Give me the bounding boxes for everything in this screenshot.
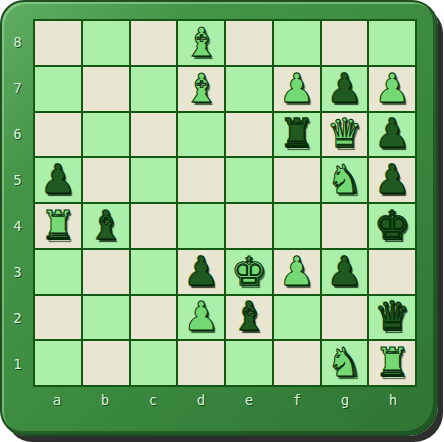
square-h3[interactable] [369, 250, 415, 294]
file-label-e: e [225, 387, 273, 417]
square-g2[interactable] [322, 296, 368, 340]
square-c8[interactable] [131, 21, 177, 65]
square-d2[interactable]: ♟ [178, 296, 224, 340]
piece-white-pawn-h7[interactable]: ♟ [374, 68, 410, 108]
square-a5[interactable]: ♟ [35, 158, 81, 202]
square-c5[interactable] [131, 158, 177, 202]
file-label-g: g [321, 387, 369, 417]
rank-label-8: 8 [2, 19, 33, 65]
square-d3[interactable]: ♟ [178, 250, 224, 294]
square-f4[interactable] [274, 204, 320, 248]
square-e4[interactable] [226, 204, 272, 248]
file-label-a: a [33, 387, 81, 417]
piece-black-bishop-b4[interactable]: ♝ [88, 205, 124, 245]
square-b6[interactable] [83, 113, 129, 157]
piece-white-bishop-d8[interactable]: ♝ [183, 22, 219, 62]
square-f5[interactable] [274, 158, 320, 202]
piece-white-bishop-d7[interactable]: ♝ [183, 68, 219, 108]
square-a7[interactable] [35, 67, 81, 111]
rank-label-3: 3 [2, 249, 33, 295]
square-c3[interactable] [131, 250, 177, 294]
square-a3[interactable] [35, 250, 81, 294]
file-label-d: d [177, 387, 225, 417]
square-d1[interactable] [178, 341, 224, 385]
square-g1[interactable]: ♞ [322, 341, 368, 385]
square-c2[interactable] [131, 296, 177, 340]
piece-white-queen-g6[interactable]: ♛ [326, 113, 362, 153]
piece-white-pawn-f3[interactable]: ♟ [279, 251, 315, 291]
piece-black-pawn-d3[interactable]: ♟ [183, 251, 219, 291]
square-f3[interactable]: ♟ [274, 250, 320, 294]
square-c4[interactable] [131, 204, 177, 248]
square-f6[interactable]: ♜ [274, 113, 320, 157]
square-g8[interactable] [322, 21, 368, 65]
square-h6[interactable]: ♟ [369, 113, 415, 157]
square-a4[interactable]: ♜ [35, 204, 81, 248]
file-label-b: b [81, 387, 129, 417]
square-h5[interactable]: ♟ [369, 158, 415, 202]
square-b2[interactable] [83, 296, 129, 340]
square-b7[interactable] [83, 67, 129, 111]
piece-white-knight-g1[interactable]: ♞ [326, 342, 362, 382]
piece-white-king-e3[interactable]: ♚ [231, 251, 267, 291]
piece-white-knight-g5[interactable]: ♞ [326, 159, 362, 199]
square-h7[interactable]: ♟ [369, 67, 415, 111]
file-labels: abcdefgh [33, 387, 417, 417]
piece-black-pawn-h5[interactable]: ♟ [374, 159, 410, 199]
board[interactable]: ♝♝♟♟♟♜♛♟♟♞♟♜♝♚♟♚♟♟♟♝♛♞♜ [33, 19, 417, 387]
square-e7[interactable] [226, 67, 272, 111]
piece-white-rook-h1[interactable]: ♜ [374, 342, 410, 382]
square-d4[interactable] [178, 204, 224, 248]
square-b1[interactable] [83, 341, 129, 385]
square-g4[interactable] [322, 204, 368, 248]
square-c6[interactable] [131, 113, 177, 157]
rank-label-1: 1 [2, 341, 33, 387]
square-e6[interactable] [226, 113, 272, 157]
square-b5[interactable] [83, 158, 129, 202]
square-b8[interactable] [83, 21, 129, 65]
square-d7[interactable]: ♝ [178, 67, 224, 111]
square-h1[interactable]: ♜ [369, 341, 415, 385]
square-d8[interactable]: ♝ [178, 21, 224, 65]
square-e1[interactable] [226, 341, 272, 385]
file-label-h: h [369, 387, 417, 417]
piece-black-pawn-h6[interactable]: ♟ [374, 113, 410, 153]
piece-black-bishop-e2[interactable]: ♝ [231, 296, 267, 336]
square-c7[interactable] [131, 67, 177, 111]
file-label-f: f [273, 387, 321, 417]
square-f8[interactable] [274, 21, 320, 65]
square-e5[interactable] [226, 158, 272, 202]
square-c1[interactable] [131, 341, 177, 385]
square-a2[interactable] [35, 296, 81, 340]
square-g6[interactable]: ♛ [322, 113, 368, 157]
square-f7[interactable]: ♟ [274, 67, 320, 111]
square-e2[interactable]: ♝ [226, 296, 272, 340]
piece-white-pawn-d2[interactable]: ♟ [183, 296, 219, 336]
piece-black-rook-f6[interactable]: ♜ [279, 113, 315, 153]
square-g5[interactable]: ♞ [322, 158, 368, 202]
square-b3[interactable] [83, 250, 129, 294]
square-h4[interactable]: ♚ [369, 204, 415, 248]
square-a1[interactable] [35, 341, 81, 385]
rank-label-2: 2 [2, 295, 33, 341]
piece-white-rook-a4[interactable]: ♜ [40, 205, 76, 245]
square-f1[interactable] [274, 341, 320, 385]
piece-black-pawn-g7[interactable]: ♟ [326, 68, 362, 108]
square-a8[interactable] [35, 21, 81, 65]
square-g3[interactable]: ♟ [322, 250, 368, 294]
square-d5[interactable] [178, 158, 224, 202]
file-label-c: c [129, 387, 177, 417]
square-d6[interactable] [178, 113, 224, 157]
square-g7[interactable]: ♟ [322, 67, 368, 111]
square-e8[interactable] [226, 21, 272, 65]
piece-white-pawn-f7[interactable]: ♟ [279, 68, 315, 108]
rank-label-6: 6 [2, 111, 33, 157]
rank-label-4: 4 [2, 203, 33, 249]
square-h2[interactable]: ♛ [369, 296, 415, 340]
rank-label-5: 5 [2, 157, 33, 203]
square-b4[interactable]: ♝ [83, 204, 129, 248]
square-a6[interactable] [35, 113, 81, 157]
piece-black-king-h4[interactable]: ♚ [374, 205, 410, 245]
rank-labels: 87654321 [2, 19, 33, 387]
rank-label-7: 7 [2, 65, 33, 111]
square-e3[interactable]: ♚ [226, 250, 272, 294]
piece-black-pawn-g3[interactable]: ♟ [326, 251, 362, 291]
chess-app-window: 87654321 ♝♝♟♟♟♜♛♟♟♞♟♜♝♚♟♚♟♟♟♝♛♞♜ abcdefg… [0, 0, 444, 442]
piece-black-queen-h2[interactable]: ♛ [374, 296, 410, 336]
square-f2[interactable] [274, 296, 320, 340]
square-h8[interactable] [369, 21, 415, 65]
piece-black-pawn-a5[interactable]: ♟ [40, 159, 76, 199]
